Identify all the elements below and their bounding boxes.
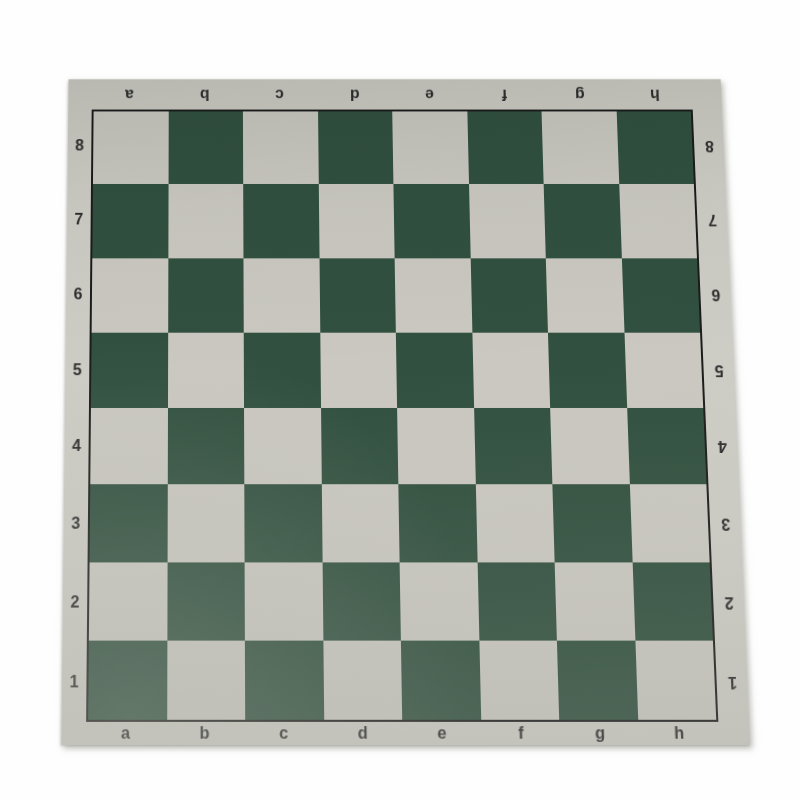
file-label-bottom-f: f bbox=[518, 724, 524, 743]
square-e2[interactable] bbox=[400, 562, 479, 640]
file-label-top-e: e bbox=[425, 86, 434, 103]
square-b2[interactable] bbox=[167, 562, 245, 640]
rank-label-right-8: 8 bbox=[704, 137, 713, 154]
square-e6[interactable] bbox=[395, 258, 472, 333]
rank-label-right-7: 7 bbox=[707, 211, 717, 228]
square-d8[interactable] bbox=[318, 111, 394, 184]
square-h6[interactable] bbox=[621, 258, 700, 333]
square-d6[interactable] bbox=[319, 258, 396, 333]
rank-label-left-3: 3 bbox=[71, 515, 80, 533]
file-label-bottom-a: a bbox=[121, 724, 130, 743]
file-label-bottom-e: e bbox=[437, 724, 447, 743]
square-f4[interactable] bbox=[474, 408, 553, 484]
rank-label-right-2: 2 bbox=[724, 593, 734, 612]
square-c1[interactable] bbox=[245, 640, 324, 719]
square-d7[interactable] bbox=[318, 184, 394, 258]
rank-label-left-7: 7 bbox=[74, 211, 83, 228]
square-a7[interactable] bbox=[92, 184, 168, 258]
square-f7[interactable] bbox=[469, 184, 546, 258]
file-label-bottom-b: b bbox=[200, 724, 210, 743]
square-c3[interactable] bbox=[244, 484, 322, 561]
square-d2[interactable] bbox=[322, 562, 401, 640]
square-b4[interactable] bbox=[167, 408, 244, 484]
file-label-top-c: c bbox=[275, 86, 284, 103]
square-a1[interactable] bbox=[88, 640, 167, 719]
square-g8[interactable] bbox=[542, 111, 619, 184]
square-c4[interactable] bbox=[244, 408, 321, 484]
rank-label-left-6: 6 bbox=[74, 286, 83, 304]
rank-label-left-8: 8 bbox=[75, 137, 84, 154]
square-b3[interactable] bbox=[167, 484, 245, 561]
square-g4[interactable] bbox=[550, 408, 629, 484]
square-e3[interactable] bbox=[398, 484, 477, 561]
square-e7[interactable] bbox=[393, 184, 470, 258]
square-c8[interactable] bbox=[243, 111, 318, 184]
file-labels-top: abcdefgh bbox=[92, 79, 693, 109]
square-d4[interactable] bbox=[321, 408, 399, 484]
square-a6[interactable] bbox=[92, 258, 168, 333]
square-a2[interactable] bbox=[89, 562, 167, 640]
square-d3[interactable] bbox=[321, 484, 399, 561]
square-a8[interactable] bbox=[93, 111, 168, 184]
square-f6[interactable] bbox=[470, 258, 548, 333]
square-h3[interactable] bbox=[629, 484, 709, 561]
square-b7[interactable] bbox=[168, 184, 244, 258]
square-e4[interactable] bbox=[397, 408, 475, 484]
square-h1[interactable] bbox=[635, 640, 716, 719]
square-f2[interactable] bbox=[477, 562, 557, 640]
chessboard-mat: abcdefgh 87654321 87654321 abcdefgh bbox=[61, 79, 750, 745]
photo-background: abcdefgh 87654321 87654321 abcdefgh bbox=[0, 0, 800, 800]
file-label-bottom-c: c bbox=[279, 724, 288, 743]
rank-label-left-1: 1 bbox=[70, 672, 79, 691]
chessboard bbox=[86, 110, 718, 722]
rank-label-left-2: 2 bbox=[70, 593, 79, 612]
square-g7[interactable] bbox=[544, 184, 622, 258]
rank-label-left-4: 4 bbox=[72, 437, 81, 455]
square-h5[interactable] bbox=[624, 332, 703, 408]
square-g5[interactable] bbox=[548, 332, 627, 408]
rank-label-right-1: 1 bbox=[727, 672, 737, 691]
square-e5[interactable] bbox=[396, 332, 474, 408]
file-label-bottom-d: d bbox=[358, 724, 368, 743]
square-c5[interactable] bbox=[244, 332, 321, 408]
square-b6[interactable] bbox=[168, 258, 244, 333]
rank-label-right-6: 6 bbox=[711, 286, 721, 304]
square-f5[interactable] bbox=[472, 332, 550, 408]
rank-label-right-3: 3 bbox=[720, 515, 730, 533]
square-h4[interactable] bbox=[627, 408, 707, 484]
square-g1[interactable] bbox=[557, 640, 638, 719]
square-c7[interactable] bbox=[243, 184, 319, 258]
square-g6[interactable] bbox=[546, 258, 624, 333]
square-h7[interactable] bbox=[619, 184, 697, 258]
square-f1[interactable] bbox=[479, 640, 559, 719]
file-label-top-d: d bbox=[350, 86, 360, 103]
square-g3[interactable] bbox=[552, 484, 632, 561]
square-a3[interactable] bbox=[90, 484, 168, 561]
square-b8[interactable] bbox=[168, 111, 243, 184]
square-c6[interactable] bbox=[243, 258, 319, 333]
square-h8[interactable] bbox=[616, 111, 694, 184]
square-c2[interactable] bbox=[245, 562, 323, 640]
rank-label-left-5: 5 bbox=[73, 361, 82, 379]
square-d1[interactable] bbox=[323, 640, 402, 719]
file-label-top-h: h bbox=[649, 86, 659, 103]
square-f8[interactable] bbox=[467, 111, 544, 184]
square-f3[interactable] bbox=[475, 484, 554, 561]
file-labels-bottom: abcdefgh bbox=[86, 722, 719, 745]
square-h2[interactable] bbox=[632, 562, 713, 640]
file-label-top-b: b bbox=[200, 86, 210, 103]
file-label-top-g: g bbox=[574, 86, 584, 103]
square-b1[interactable] bbox=[167, 640, 246, 719]
square-d5[interactable] bbox=[320, 332, 397, 408]
square-b5[interactable] bbox=[167, 332, 244, 408]
rank-label-right-4: 4 bbox=[717, 437, 727, 455]
file-label-bottom-g: g bbox=[595, 724, 606, 743]
square-a5[interactable] bbox=[91, 332, 168, 408]
rank-label-right-5: 5 bbox=[714, 361, 724, 379]
file-label-top-a: a bbox=[125, 86, 134, 103]
file-label-bottom-h: h bbox=[674, 724, 685, 743]
square-g2[interactable] bbox=[555, 562, 635, 640]
square-e8[interactable] bbox=[392, 111, 468, 184]
square-a4[interactable] bbox=[90, 408, 167, 484]
square-e1[interactable] bbox=[401, 640, 481, 719]
file-label-top-f: f bbox=[502, 86, 508, 103]
